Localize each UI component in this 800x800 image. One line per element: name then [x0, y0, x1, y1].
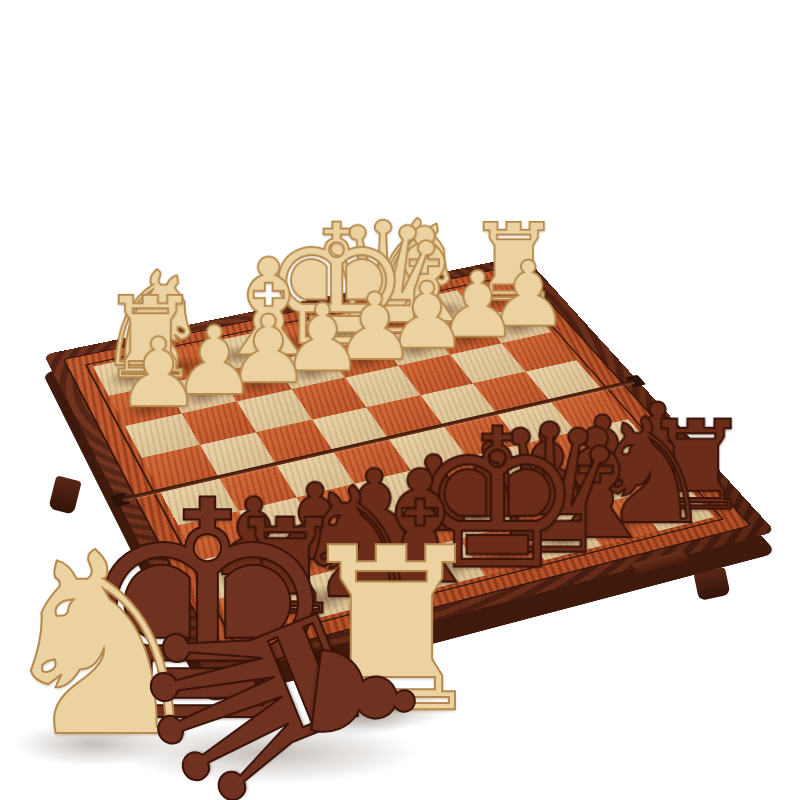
- chess-set-photo: ♜♞♝♚♛♝♞♜♟♟♟♟♟♟♟♟♟♟♟♟♟♟♟♟♜♞♝♚♛♝♞♜ ♞ ♚ ♛ ♟…: [0, 0, 800, 800]
- loose-dark-pawn-fallen-piece: ♟: [288, 627, 438, 765]
